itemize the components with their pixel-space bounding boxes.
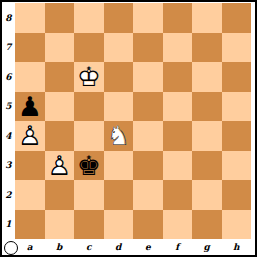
square-g8[interactable] [192,3,222,33]
square-f6[interactable] [163,62,193,92]
square-g2[interactable] [192,180,222,210]
file-label-a: a [15,239,45,254]
square-f2[interactable] [163,180,193,210]
square-c8[interactable] [74,3,104,33]
square-b2[interactable] [45,180,75,210]
square-b7[interactable] [45,33,75,63]
square-h3[interactable] [222,151,252,181]
square-h2[interactable] [222,180,252,210]
square-e1[interactable] [133,210,163,240]
square-d6[interactable] [104,62,134,92]
file-labels: abcdefgh [15,239,251,254]
square-b3[interactable]: ♟♙ [45,151,75,181]
square-g5[interactable] [192,92,222,122]
rank-label-8: 8 [2,3,15,33]
square-a2[interactable] [15,180,45,210]
chess-diagram: 87654321 ♚♔♟♟♙♞♘♟♙♚ abcdefgh [0,0,257,257]
rank-label-6: 6 [2,62,15,92]
rank-label-3: 3 [2,151,15,181]
square-d2[interactable] [104,180,134,210]
square-f7[interactable] [163,33,193,63]
square-e8[interactable] [133,3,163,33]
square-h1[interactable] [222,210,252,240]
square-a5[interactable]: ♟ [15,92,45,122]
black-pawn-glyph: ♟ [15,92,45,122]
square-e7[interactable] [133,33,163,63]
rank-label-4: 4 [2,121,15,151]
white-to-move-indicator [4,241,18,255]
file-label-h: h [222,239,252,254]
white-pawn-b3[interactable]: ♟♙ [45,151,75,181]
white-knight-d4[interactable]: ♞♘ [104,121,134,151]
rank-label-2: 2 [2,180,15,210]
square-f1[interactable] [163,210,193,240]
square-a8[interactable] [15,3,45,33]
square-a3[interactable] [15,151,45,181]
square-c4[interactable] [74,121,104,151]
square-d3[interactable] [104,151,134,181]
chess-board[interactable]: ♚♔♟♟♙♞♘♟♙♚ [15,3,251,239]
square-h5[interactable] [222,92,252,122]
file-label-b: b [45,239,75,254]
square-f8[interactable] [163,3,193,33]
square-d7[interactable] [104,33,134,63]
square-h4[interactable] [222,121,252,151]
square-a6[interactable] [15,62,45,92]
file-label-e: e [133,239,163,254]
square-d5[interactable] [104,92,134,122]
square-g1[interactable] [192,210,222,240]
black-king-glyph: ♚ [74,151,104,181]
square-c2[interactable] [74,180,104,210]
square-c5[interactable] [74,92,104,122]
black-pawn-a5[interactable]: ♟ [15,92,45,122]
square-g4[interactable] [192,121,222,151]
square-e2[interactable] [133,180,163,210]
square-e5[interactable] [133,92,163,122]
white-pawn-a4[interactable]: ♟♙ [15,121,45,151]
file-label-f: f [163,239,193,254]
rank-label-7: 7 [2,33,15,63]
square-h7[interactable] [222,33,252,63]
file-label-d: d [104,239,134,254]
square-c1[interactable] [74,210,104,240]
square-b6[interactable] [45,62,75,92]
square-c6[interactable]: ♚♔ [74,62,104,92]
square-e4[interactable] [133,121,163,151]
square-h6[interactable] [222,62,252,92]
rank-labels: 87654321 [2,3,15,239]
square-b1[interactable] [45,210,75,240]
square-e6[interactable] [133,62,163,92]
square-e3[interactable] [133,151,163,181]
file-label-c: c [74,239,104,254]
square-a1[interactable] [15,210,45,240]
square-c7[interactable] [74,33,104,63]
square-g3[interactable] [192,151,222,181]
white-pawn-outline: ♙ [15,121,45,151]
black-king-c3[interactable]: ♚ [74,151,104,181]
square-g6[interactable] [192,62,222,92]
white-king-outline: ♔ [74,62,104,92]
file-label-g: g [192,239,222,254]
square-g7[interactable] [192,33,222,63]
white-knight-outline: ♘ [104,121,134,151]
white-king-c6[interactable]: ♚♔ [74,62,104,92]
square-d1[interactable] [104,210,134,240]
square-h8[interactable] [222,3,252,33]
square-f4[interactable] [163,121,193,151]
square-c3[interactable]: ♚ [74,151,104,181]
square-f3[interactable] [163,151,193,181]
rank-label-5: 5 [2,92,15,122]
square-f5[interactable] [163,92,193,122]
square-b5[interactable] [45,92,75,122]
square-b8[interactable] [45,3,75,33]
square-d8[interactable] [104,3,134,33]
square-a4[interactable]: ♟♙ [15,121,45,151]
square-a7[interactable] [15,33,45,63]
white-pawn-outline: ♙ [45,151,75,181]
square-d4[interactable]: ♞♘ [104,121,134,151]
rank-label-1: 1 [2,210,15,240]
square-b4[interactable] [45,121,75,151]
